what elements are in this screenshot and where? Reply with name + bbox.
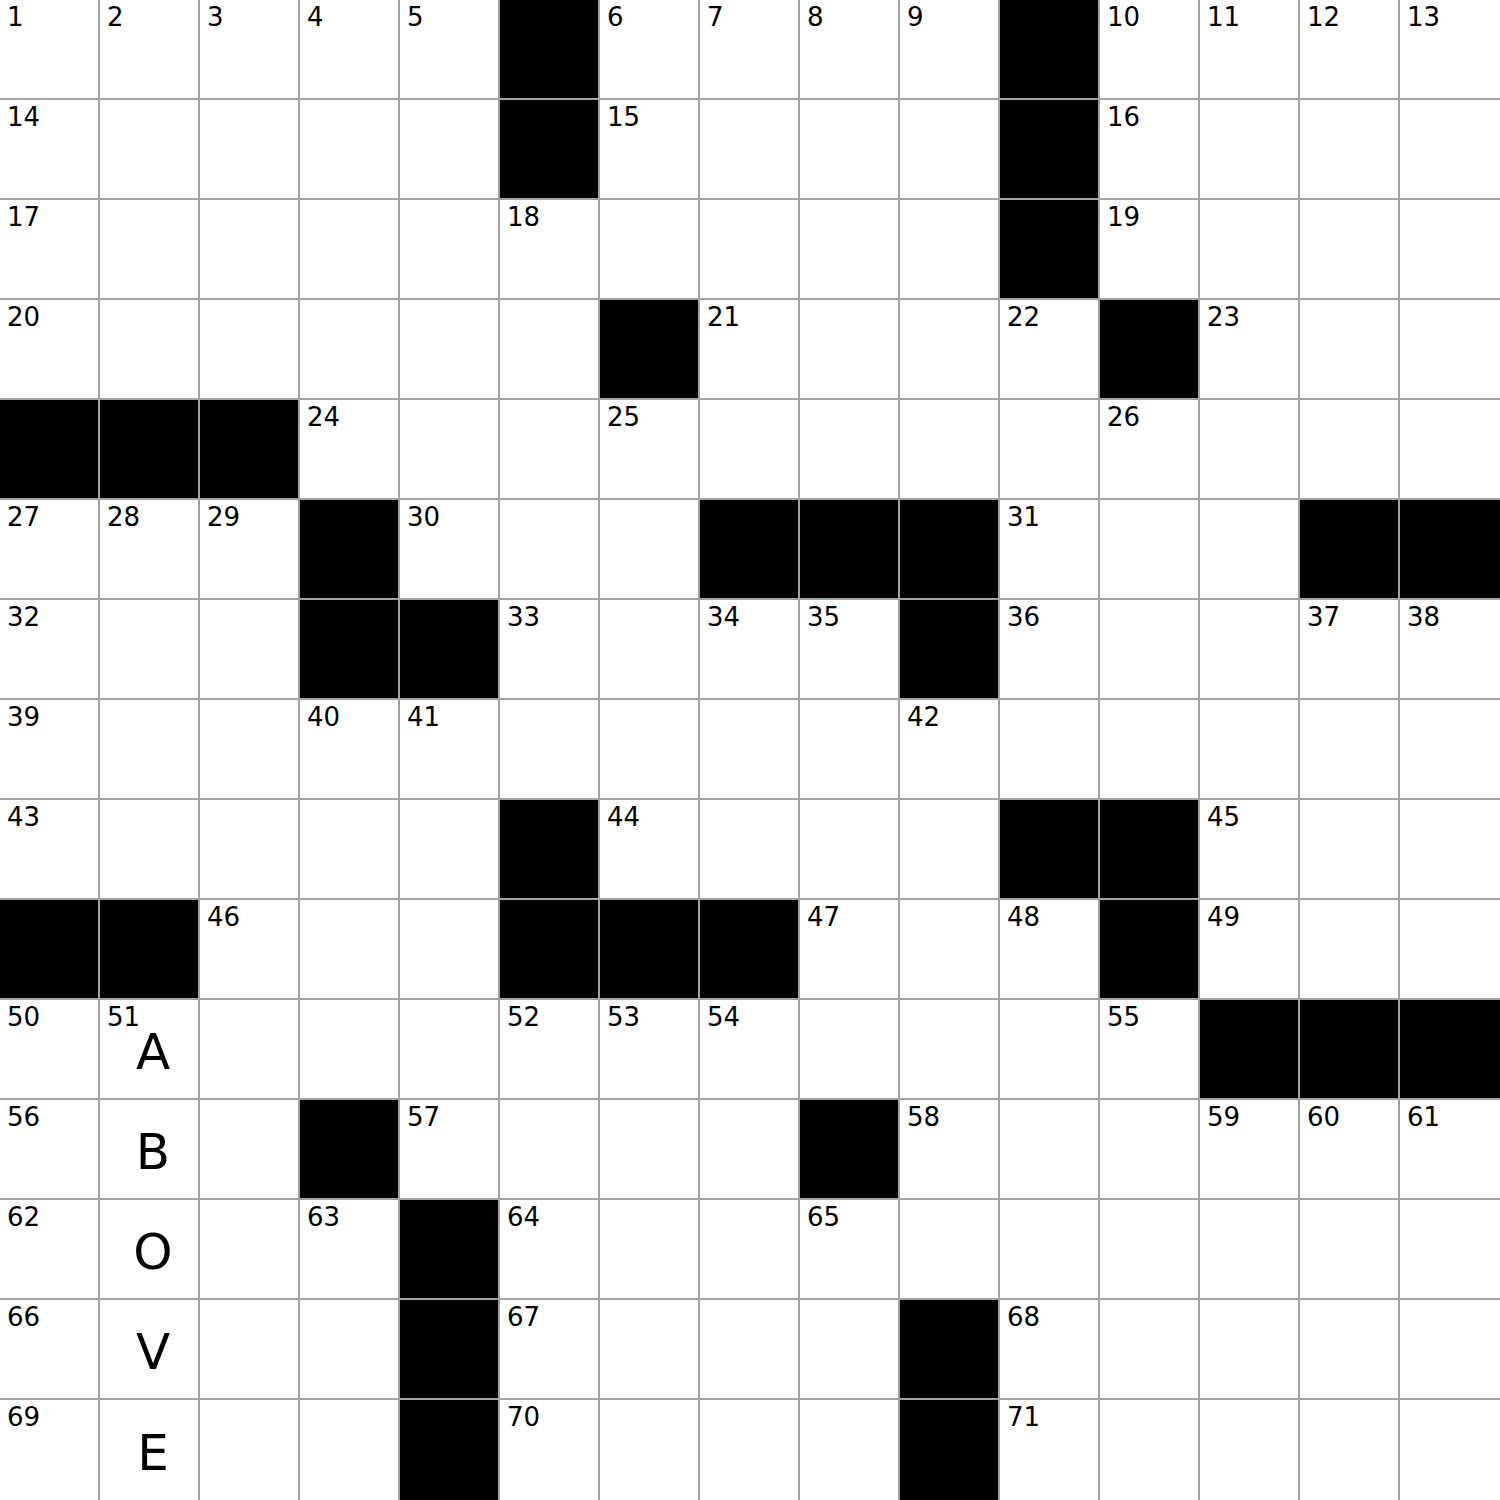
black-cell <box>300 1100 400 1200</box>
cell[interactable] <box>300 800 400 900</box>
clue-number: 45 <box>1207 804 1240 830</box>
cell[interactable]: A51 <box>100 1000 200 1100</box>
clue-number: 18 <box>507 204 540 230</box>
cell[interactable]: 52 <box>500 1000 600 1100</box>
cell[interactable] <box>200 1200 300 1300</box>
cell[interactable]: 66 <box>0 1300 100 1400</box>
cell[interactable] <box>400 200 500 300</box>
black-cell <box>600 300 700 400</box>
clue-number: 37 <box>1307 604 1340 630</box>
cell[interactable] <box>1200 700 1300 800</box>
cell[interactable]: 20 <box>0 300 100 400</box>
cell[interactable] <box>500 700 600 800</box>
black-cell <box>1000 800 1100 900</box>
cell[interactable] <box>600 1400 700 1500</box>
clue-number: 3 <box>207 4 224 30</box>
clue-number: 34 <box>707 604 740 630</box>
cell[interactable] <box>1000 1000 1100 1100</box>
cell[interactable]: 60 <box>1300 1100 1400 1200</box>
clue-number: 63 <box>307 1204 340 1230</box>
cell[interactable]: 63 <box>300 1200 400 1300</box>
cell[interactable]: 4 <box>300 0 400 100</box>
cell[interactable] <box>400 300 500 400</box>
clue-number: 42 <box>907 704 940 730</box>
cell[interactable] <box>200 100 300 200</box>
cell[interactable] <box>800 1300 900 1400</box>
black-cell <box>500 800 600 900</box>
clue-number: 19 <box>1107 204 1140 230</box>
cell[interactable]: 50 <box>0 1000 100 1100</box>
clue-number: 60 <box>1307 1104 1340 1130</box>
clue-number: 58 <box>907 1104 940 1130</box>
cell[interactable]: 3 <box>200 0 300 100</box>
clue-number: 38 <box>1407 604 1440 630</box>
clue-number: 40 <box>307 704 340 730</box>
cell[interactable] <box>900 800 1000 900</box>
cell[interactable]: 1 <box>0 0 100 100</box>
cell[interactable] <box>1400 1200 1500 1300</box>
cell[interactable]: 57 <box>400 1100 500 1200</box>
cell[interactable]: 40 <box>300 700 400 800</box>
clue-number: 15 <box>607 104 640 130</box>
cell[interactable]: 37 <box>1300 600 1400 700</box>
cell[interactable] <box>600 200 700 300</box>
cell[interactable] <box>700 1400 800 1500</box>
cell[interactable] <box>1400 400 1500 500</box>
cell[interactable] <box>400 100 500 200</box>
cell[interactable] <box>1200 1200 1300 1300</box>
clue-number: 11 <box>1207 4 1240 30</box>
cell[interactable] <box>900 200 1000 300</box>
clue-number: 71 <box>1007 1404 1040 1430</box>
cell[interactable] <box>800 100 900 200</box>
cell[interactable]: 41 <box>400 700 500 800</box>
cell-letter: V <box>100 1300 198 1398</box>
cell[interactable] <box>300 1400 400 1500</box>
black-cell <box>700 900 800 1000</box>
clue-number: 27 <box>7 504 40 530</box>
clue-number: 49 <box>1207 904 1240 930</box>
black-cell <box>1100 800 1200 900</box>
cell[interactable]: 65 <box>800 1200 900 1300</box>
cell[interactable]: 27 <box>0 500 100 600</box>
cell[interactable]: 46 <box>200 900 300 1000</box>
cell[interactable] <box>1100 500 1200 600</box>
cell[interactable]: 39 <box>0 700 100 800</box>
cell[interactable]: 15 <box>600 100 700 200</box>
black-cell <box>1400 1000 1500 1100</box>
cell[interactable] <box>900 400 1000 500</box>
black-cell <box>0 900 100 1000</box>
cell[interactable] <box>200 1100 300 1200</box>
cell[interactable]: 56 <box>0 1100 100 1200</box>
clue-number: 66 <box>7 1304 40 1330</box>
black-cell <box>100 900 200 1000</box>
cell[interactable]: 44 <box>600 800 700 900</box>
cell[interactable] <box>800 700 900 800</box>
cell[interactable] <box>1200 200 1300 300</box>
cell[interactable] <box>300 1000 400 1100</box>
cell[interactable] <box>1200 1400 1300 1500</box>
clue-number: 31 <box>1007 504 1040 530</box>
cell[interactable]: 10 <box>1100 0 1200 100</box>
clue-number: 6 <box>607 4 624 30</box>
black-cell <box>1300 500 1400 600</box>
black-cell <box>900 1400 1000 1500</box>
clue-number: 24 <box>307 404 340 430</box>
cell[interactable] <box>200 1400 300 1500</box>
clue-number: 23 <box>1207 304 1240 330</box>
cell[interactable] <box>800 1400 900 1500</box>
clue-number: 32 <box>7 604 40 630</box>
cell[interactable] <box>1300 1200 1400 1300</box>
cell[interactable]: 7 <box>700 0 800 100</box>
clue-number: 10 <box>1107 4 1140 30</box>
clue-number: 28 <box>107 504 140 530</box>
cell[interactable]: B <box>100 1100 200 1200</box>
cell[interactable] <box>600 1100 700 1200</box>
cell[interactable] <box>100 800 200 900</box>
cell[interactable]: 64 <box>500 1200 600 1300</box>
clue-number: 46 <box>207 904 240 930</box>
cell[interactable] <box>800 800 900 900</box>
black-cell <box>1100 300 1200 400</box>
cell[interactable]: 13 <box>1400 0 1500 100</box>
cell[interactable] <box>1100 700 1200 800</box>
black-cell <box>500 0 600 100</box>
cell[interactable] <box>700 1300 800 1400</box>
cell[interactable] <box>900 100 1000 200</box>
clue-number: 9 <box>907 4 924 30</box>
cell[interactable] <box>200 1300 300 1400</box>
cell[interactable]: 28 <box>100 500 200 600</box>
cell[interactable]: 11 <box>1200 0 1300 100</box>
cell[interactable] <box>1400 800 1500 900</box>
black-cell <box>700 500 800 600</box>
cell[interactable]: 26 <box>1100 400 1200 500</box>
cell[interactable]: 34 <box>700 600 800 700</box>
clue-number: 16 <box>1107 104 1140 130</box>
cell[interactable] <box>100 600 200 700</box>
cell[interactable]: V <box>100 1300 200 1400</box>
cell[interactable]: 21 <box>700 300 800 400</box>
cell[interactable]: 55 <box>1100 1000 1200 1100</box>
black-cell <box>900 500 1000 600</box>
clue-number: 62 <box>7 1204 40 1230</box>
black-cell <box>0 400 100 500</box>
clue-number: 26 <box>1107 404 1140 430</box>
cell[interactable] <box>1300 400 1400 500</box>
clue-number: 48 <box>1007 904 1040 930</box>
cell[interactable]: 47 <box>800 900 900 1000</box>
cell[interactable] <box>100 700 200 800</box>
clue-number: 8 <box>807 4 824 30</box>
cell[interactable]: 23 <box>1200 300 1300 400</box>
clue-number: 64 <box>507 1204 540 1230</box>
cell[interactable]: O <box>100 1200 200 1300</box>
clue-number: 20 <box>7 304 40 330</box>
cell[interactable]: 29 <box>200 500 300 600</box>
clue-number: 22 <box>1007 304 1040 330</box>
cell[interactable] <box>800 200 900 300</box>
clue-number: 21 <box>707 304 740 330</box>
clue-number: 65 <box>807 1204 840 1230</box>
cell[interactable] <box>1400 700 1500 800</box>
cell[interactable]: 18 <box>500 200 600 300</box>
cell[interactable] <box>1400 1300 1500 1400</box>
cell[interactable] <box>1300 200 1400 300</box>
cell[interactable] <box>1000 400 1100 500</box>
clue-number: 50 <box>7 1004 40 1030</box>
clue-number: 33 <box>507 604 540 630</box>
cell[interactable]: 70 <box>500 1400 600 1500</box>
clue-number: 54 <box>707 1004 740 1030</box>
clue-number: 52 <box>507 1004 540 1030</box>
cell[interactable] <box>1300 100 1400 200</box>
cell[interactable] <box>700 1200 800 1300</box>
black-cell <box>100 400 200 500</box>
cell[interactable]: 22 <box>1000 300 1100 400</box>
cell[interactable]: 48 <box>1000 900 1100 1000</box>
cell[interactable] <box>900 900 1000 1000</box>
black-cell <box>1000 200 1100 300</box>
cell[interactable] <box>400 800 500 900</box>
cell[interactable]: 43 <box>0 800 100 900</box>
cell[interactable] <box>700 1100 800 1200</box>
cell[interactable]: 35 <box>800 600 900 700</box>
cell[interactable]: 19 <box>1100 200 1200 300</box>
clue-number: 69 <box>7 1404 40 1430</box>
cell[interactable] <box>1200 400 1300 500</box>
clue-number: 1 <box>7 4 24 30</box>
cell[interactable] <box>1400 1400 1500 1500</box>
cell-letter: E <box>100 1400 198 1500</box>
black-cell <box>1000 100 1100 200</box>
clue-number: 29 <box>207 504 240 530</box>
cell[interactable] <box>300 100 400 200</box>
clue-number: 12 <box>1307 4 1340 30</box>
cell[interactable] <box>1100 1100 1200 1200</box>
clue-number: 30 <box>407 504 440 530</box>
clue-number: 25 <box>607 404 640 430</box>
cell[interactable] <box>700 100 800 200</box>
cell[interactable]: 31 <box>1000 500 1100 600</box>
clue-number: 35 <box>807 604 840 630</box>
black-cell <box>300 600 400 700</box>
cell[interactable]: 45 <box>1200 800 1300 900</box>
cell[interactable] <box>300 1300 400 1400</box>
clue-number: 2 <box>107 4 124 30</box>
cell[interactable] <box>1300 700 1400 800</box>
black-cell <box>500 900 600 1000</box>
cell[interactable] <box>300 900 400 1000</box>
cell[interactable]: 32 <box>0 600 100 700</box>
cell[interactable]: 62 <box>0 1200 100 1300</box>
clue-number: 61 <box>1407 1104 1440 1130</box>
cell[interactable]: 71 <box>1000 1400 1100 1500</box>
cell[interactable]: 68 <box>1000 1300 1100 1400</box>
cell-letter: O <box>100 1200 198 1298</box>
cell[interactable] <box>600 1200 700 1300</box>
clue-number: 59 <box>1207 1104 1240 1130</box>
cell[interactable]: 24 <box>300 400 400 500</box>
cell[interactable] <box>700 200 800 300</box>
cell[interactable] <box>900 1000 1000 1100</box>
cell[interactable] <box>600 700 700 800</box>
black-cell <box>800 500 900 600</box>
clue-number: 39 <box>7 704 40 730</box>
cell[interactable]: 8 <box>800 0 900 100</box>
cell[interactable]: 59 <box>1200 1100 1300 1200</box>
cell[interactable] <box>100 100 200 200</box>
cell[interactable] <box>1400 300 1500 400</box>
cell[interactable] <box>600 600 700 700</box>
cell[interactable] <box>700 400 800 500</box>
cell[interactable]: 33 <box>500 600 600 700</box>
black-cell <box>1000 0 1100 100</box>
cell[interactable] <box>300 300 400 400</box>
cell[interactable] <box>200 300 300 400</box>
crossword-board: 1234567891011121314151617181920212223242… <box>0 0 1500 1500</box>
cell[interactable]: 30 <box>400 500 500 600</box>
cell[interactable] <box>1200 1300 1300 1400</box>
cell[interactable] <box>400 900 500 1000</box>
clue-number: 17 <box>7 204 40 230</box>
cell[interactable] <box>800 300 900 400</box>
cell[interactable]: 42 <box>900 700 1000 800</box>
black-cell <box>500 100 600 200</box>
cell[interactable] <box>1300 800 1400 900</box>
cell[interactable] <box>1400 100 1500 200</box>
cell[interactable] <box>200 800 300 900</box>
cell[interactable] <box>1300 1300 1400 1400</box>
clue-number: 44 <box>607 804 640 830</box>
black-cell <box>900 1300 1000 1400</box>
cell[interactable] <box>200 1000 300 1100</box>
black-cell <box>300 500 400 600</box>
cell[interactable]: 53 <box>600 1000 700 1100</box>
cell[interactable]: 12 <box>1300 0 1400 100</box>
clue-number: 14 <box>7 104 40 130</box>
cell[interactable] <box>300 200 400 300</box>
cell[interactable] <box>200 600 300 700</box>
cell[interactable] <box>400 1000 500 1100</box>
cell[interactable]: 16 <box>1100 100 1200 200</box>
clue-number: 47 <box>807 904 840 930</box>
black-cell <box>400 1300 500 1400</box>
clue-number: 5 <box>407 4 424 30</box>
black-cell <box>400 600 500 700</box>
black-cell <box>800 1100 900 1200</box>
cell[interactable] <box>1300 1400 1400 1500</box>
clue-number: 13 <box>1407 4 1440 30</box>
black-cell <box>400 1200 500 1300</box>
cell[interactable]: 49 <box>1200 900 1300 1000</box>
cell[interactable] <box>200 700 300 800</box>
cell[interactable] <box>900 300 1000 400</box>
clue-number: 55 <box>1107 1004 1140 1030</box>
cell[interactable]: 36 <box>1000 600 1100 700</box>
cell[interactable] <box>1300 300 1400 400</box>
black-cell <box>1400 500 1500 600</box>
cell[interactable] <box>800 400 900 500</box>
clue-number: 41 <box>407 704 440 730</box>
cell[interactable] <box>1200 600 1300 700</box>
cell[interactable]: 58 <box>900 1100 1000 1200</box>
black-cell <box>900 600 1000 700</box>
cell[interactable]: 17 <box>0 200 100 300</box>
cell[interactable] <box>1200 100 1300 200</box>
cell[interactable] <box>1100 1400 1200 1500</box>
cell[interactable] <box>1000 1200 1100 1300</box>
cell[interactable]: 25 <box>600 400 700 500</box>
cell[interactable] <box>500 300 600 400</box>
cell[interactable] <box>100 200 200 300</box>
cell[interactable] <box>200 200 300 300</box>
cell[interactable]: 5 <box>400 0 500 100</box>
cell[interactable] <box>1000 700 1100 800</box>
cell[interactable] <box>700 800 800 900</box>
cell[interactable] <box>500 400 600 500</box>
cell[interactable] <box>800 1000 900 1100</box>
cell[interactable]: 38 <box>1400 600 1500 700</box>
clue-number: 53 <box>607 1004 640 1030</box>
cell[interactable]: 69 <box>0 1400 100 1500</box>
cell[interactable]: 61 <box>1400 1100 1500 1200</box>
cell[interactable] <box>500 500 600 600</box>
clue-number: 7 <box>707 4 724 30</box>
black-cell <box>600 900 700 1000</box>
clue-number: 67 <box>507 1304 540 1330</box>
cell[interactable] <box>1300 900 1400 1000</box>
cell[interactable]: 54 <box>700 1000 800 1100</box>
cell[interactable]: 6 <box>600 0 700 100</box>
cell[interactable] <box>1000 1100 1100 1200</box>
black-cell <box>1300 1000 1400 1100</box>
cell[interactable]: 67 <box>500 1300 600 1400</box>
clue-number: 51 <box>107 1004 140 1030</box>
clue-number: 68 <box>1007 1304 1040 1330</box>
cell[interactable] <box>900 1200 1000 1300</box>
cell[interactable] <box>400 400 500 500</box>
black-cell <box>400 1400 500 1500</box>
clue-number: 43 <box>7 804 40 830</box>
cell[interactable] <box>1100 1300 1200 1400</box>
cell[interactable] <box>1400 200 1500 300</box>
cell[interactable] <box>1100 1200 1200 1300</box>
clue-number: 36 <box>1007 604 1040 630</box>
cell[interactable] <box>600 1300 700 1400</box>
cell[interactable] <box>1400 900 1500 1000</box>
cell[interactable] <box>600 500 700 600</box>
cell[interactable] <box>1100 600 1200 700</box>
cell[interactable] <box>1200 500 1300 600</box>
cell[interactable] <box>100 300 200 400</box>
cell[interactable]: E <box>100 1400 200 1500</box>
clue-number: 70 <box>507 1404 540 1430</box>
cell-letter: B <box>100 1100 198 1198</box>
clue-number: 4 <box>307 4 324 30</box>
black-cell <box>1200 1000 1300 1100</box>
black-cell <box>200 400 300 500</box>
cell[interactable] <box>500 1100 600 1200</box>
cell[interactable]: 14 <box>0 100 100 200</box>
cell[interactable] <box>700 700 800 800</box>
cell[interactable]: 9 <box>900 0 1000 100</box>
clue-number: 56 <box>7 1104 40 1130</box>
cell[interactable]: 2 <box>100 0 200 100</box>
clue-number: 57 <box>407 1104 440 1130</box>
